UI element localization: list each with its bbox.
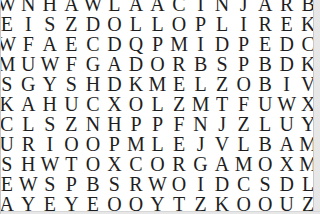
cell-r10c1[interactable]: E (0, 174, 18, 194)
cell-r8c13[interactable]: B (254, 134, 276, 154)
cell-r9c7[interactable]: C (125, 154, 147, 174)
cell-r1c5[interactable]: W (82, 0, 104, 14)
cell-r7c5[interactable]: N (82, 114, 104, 134)
cell-r2c6[interactable]: O (104, 14, 126, 34)
cell-r9c5[interactable]: O (82, 154, 104, 174)
cell-r6c12[interactable]: F (233, 94, 255, 114)
cell-r8c14[interactable]: A (276, 134, 298, 154)
cell-r10c3[interactable]: S (39, 174, 61, 194)
cell-r8c12[interactable]: L (233, 134, 255, 154)
cell-r7c6[interactable]: H (104, 114, 126, 134)
cell-r2c9[interactable]: O (168, 14, 190, 34)
cell-r1c6[interactable]: L (104, 0, 126, 14)
cell-r3c13[interactable]: E (254, 34, 276, 54)
cell-r4c10[interactable]: B (190, 54, 212, 74)
board-left-edge-line (0, 0, 1, 214)
cell-r1c3[interactable]: H (39, 0, 61, 14)
cell-r1c13[interactable]: A (254, 0, 276, 14)
letter-grid: WNHAWLAACINJARBEISZDOLLOPLIREKWFAECDQPMI… (0, 0, 319, 212)
cell-r2c4[interactable]: Z (61, 14, 83, 34)
cell-r2c10[interactable]: P (190, 14, 212, 34)
cell-r10c13[interactable]: S (254, 174, 276, 194)
cell-r8c6[interactable]: P (104, 134, 126, 154)
cell-r10c9[interactable]: O (168, 174, 190, 194)
cell-r10c8[interactable]: W (147, 174, 169, 194)
cell-r5c7[interactable]: K (125, 74, 147, 94)
cell-r6c10[interactable]: M (190, 94, 212, 114)
cell-r1c7[interactable]: A (125, 0, 147, 14)
cell-r1c9[interactable]: C (168, 0, 190, 14)
cell-r7c12[interactable]: Z (233, 114, 255, 134)
cell-r1c8[interactable]: A (147, 0, 169, 14)
cell-r3c3[interactable]: A (39, 34, 61, 54)
cell-r5c14[interactable]: I (276, 74, 298, 94)
cell-r6c3[interactable]: H (39, 94, 61, 114)
cell-r2c13[interactable]: R (254, 14, 276, 34)
cell-r6c8[interactable]: L (147, 94, 169, 114)
cell-r9c11[interactable]: A (211, 154, 233, 174)
cell-r6c11[interactable]: T (211, 94, 233, 114)
cell-r2c7[interactable]: L (125, 14, 147, 34)
cell-r3c8[interactable]: P (147, 34, 169, 54)
cell-r10c2[interactable]: W (18, 174, 40, 194)
cell-r4c4[interactable]: F (61, 54, 83, 74)
cell-r8c4[interactable]: O (61, 134, 83, 154)
cell-r7c3[interactable]: S (39, 114, 61, 134)
cell-r2c14[interactable]: E (276, 14, 298, 34)
cell-r6c1[interactable]: K (0, 94, 18, 114)
cell-r9c8[interactable]: O (147, 154, 169, 174)
cell-r5c4[interactable]: S (61, 74, 83, 94)
cell-r3c11[interactable]: D (211, 34, 233, 54)
cell-r8c2[interactable]: R (18, 134, 40, 154)
cell-r10c14[interactable]: D (276, 174, 298, 194)
cell-r8c11[interactable]: V (211, 134, 233, 154)
cell-r4c9[interactable]: R (168, 54, 190, 74)
cell-r3c14[interactable]: D (276, 34, 298, 54)
cell-r9c14[interactable]: X (276, 154, 298, 174)
cell-r10c5[interactable]: B (82, 174, 104, 194)
cell-r4c11[interactable]: S (211, 54, 233, 74)
cell-r4c3[interactable]: W (39, 54, 61, 74)
cell-r5c9[interactable]: E (168, 74, 190, 94)
cell-r8c3[interactable]: I (39, 134, 61, 154)
cell-r6c4[interactable]: U (61, 94, 83, 114)
cell-r9c3[interactable]: W (39, 154, 61, 174)
cell-r4c5[interactable]: G (82, 54, 104, 74)
cell-r4c14[interactable]: D (276, 54, 298, 74)
cell-r1c2[interactable]: N (18, 0, 40, 14)
cell-r2c3[interactable]: S (39, 14, 61, 34)
cell-r2c1[interactable]: E (0, 14, 18, 34)
cell-r7c8[interactable]: P (147, 114, 169, 134)
cell-r5c8[interactable]: M (147, 74, 169, 94)
cell-r2c2[interactable]: I (18, 14, 40, 34)
cell-r10c10[interactable]: I (190, 174, 212, 194)
cell-r4c12[interactable]: P (233, 54, 255, 74)
cell-r3c5[interactable]: C (82, 34, 104, 54)
cell-r10c6[interactable]: S (104, 174, 126, 194)
cell-r4c1[interactable]: M (0, 54, 18, 74)
cell-r5c11[interactable]: Z (211, 74, 233, 94)
cell-r7c1[interactable]: C (0, 114, 18, 134)
cell-r3c12[interactable]: P (233, 34, 255, 54)
cell-r1c11[interactable]: N (211, 0, 233, 14)
cell-r3c2[interactable]: F (18, 34, 40, 54)
cell-r4c6[interactable]: A (104, 54, 126, 74)
cell-r9c4[interactable]: T (61, 154, 83, 174)
cell-r4c7[interactable]: D (125, 54, 147, 74)
cell-r10c11[interactable]: D (211, 174, 233, 194)
cell-r8c10[interactable]: J (190, 134, 212, 154)
cell-r10c4[interactable]: P (61, 174, 83, 194)
board-bottom-gutter (0, 211, 320, 214)
cell-r7c11[interactable]: J (211, 114, 233, 134)
cell-r3c10[interactable]: I (190, 34, 212, 54)
cell-r1c4[interactable]: A (61, 0, 83, 14)
cell-r3c4[interactable]: E (61, 34, 83, 54)
cell-r6c5[interactable]: C (82, 94, 104, 114)
cell-r6c7[interactable]: O (125, 94, 147, 114)
cell-r3c6[interactable]: D (104, 34, 126, 54)
cell-r5c5[interactable]: H (82, 74, 104, 94)
cell-r9c9[interactable]: R (168, 154, 190, 174)
cell-r3c9[interactable]: M (168, 34, 190, 54)
cell-r9c2[interactable]: H (18, 154, 40, 174)
cell-r9c12[interactable]: M (233, 154, 255, 174)
cell-r10c7[interactable]: R (125, 174, 147, 194)
cell-r7c14[interactable]: U (276, 114, 298, 134)
cell-r8c5[interactable]: O (82, 134, 104, 154)
cell-r4c2[interactable]: U (18, 54, 40, 74)
cell-r7c13[interactable]: L (254, 114, 276, 134)
cell-r5c6[interactable]: D (104, 74, 126, 94)
cell-r5c2[interactable]: G (18, 74, 40, 94)
cell-r10c12[interactable]: C (233, 174, 255, 194)
cell-r5c10[interactable]: L (190, 74, 212, 94)
cell-r5c13[interactable]: B (254, 74, 276, 94)
cell-r1c12[interactable]: J (233, 0, 255, 14)
cell-r1c10[interactable]: I (190, 0, 212, 14)
cell-r9c1[interactable]: S (0, 154, 18, 174)
cell-r8c8[interactable]: L (147, 134, 169, 154)
cell-r6c6[interactable]: X (104, 94, 126, 114)
cell-r4c13[interactable]: B (254, 54, 276, 74)
cell-r7c7[interactable]: P (125, 114, 147, 134)
cell-r1c1[interactable]: W (0, 0, 18, 14)
cell-r4c8[interactable]: O (147, 54, 169, 74)
cell-r6c13[interactable]: U (254, 94, 276, 114)
cell-r2c5[interactable]: D (82, 14, 104, 34)
cell-r7c10[interactable]: N (190, 114, 212, 134)
cell-r9c6[interactable]: X (104, 154, 126, 174)
cell-r2c12[interactable]: I (233, 14, 255, 34)
word-search-board: WNHAWLAACINJARBEISZDOLLOPLIREKWFAECDQPMI… (0, 0, 320, 214)
cell-r5c3[interactable]: Y (39, 74, 61, 94)
cell-r9c13[interactable]: O (254, 154, 276, 174)
cell-r8c7[interactable]: M (125, 134, 147, 154)
cell-r5c1[interactable]: S (0, 74, 18, 94)
cell-r8c1[interactable]: U (0, 134, 18, 154)
board-right-gutter (313, 0, 320, 214)
cell-r9c10[interactable]: G (190, 154, 212, 174)
cell-r5c12[interactable]: O (233, 74, 255, 94)
cell-r6c14[interactable]: W (276, 94, 298, 114)
cell-r6c9[interactable]: Z (168, 94, 190, 114)
cell-r1c14[interactable]: R (276, 0, 298, 14)
cell-r7c2[interactable]: L (18, 114, 40, 134)
cell-r3c1[interactable]: W (0, 34, 18, 54)
cell-r7c9[interactable]: F (168, 114, 190, 134)
cell-r3c7[interactable]: Q (125, 34, 147, 54)
cell-r8c9[interactable]: E (168, 134, 190, 154)
cell-r7c4[interactable]: Z (61, 114, 83, 134)
cell-r2c8[interactable]: L (147, 14, 169, 34)
cell-r6c2[interactable]: A (18, 94, 40, 114)
cell-r2c11[interactable]: L (211, 14, 233, 34)
